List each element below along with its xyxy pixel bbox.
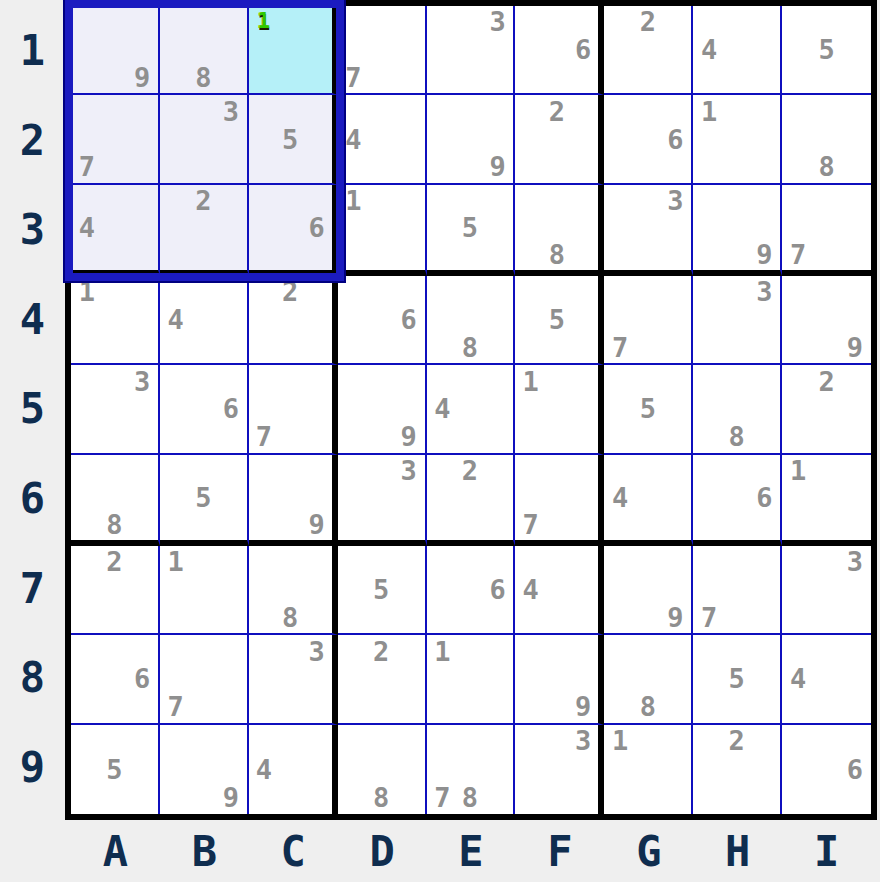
cell-A9[interactable]: 5 bbox=[71, 725, 160, 814]
digit-4-in-H1: 4 bbox=[695, 36, 723, 64]
row-label-1: 1 bbox=[0, 6, 65, 96]
cell-H4[interactable]: 3 bbox=[693, 276, 782, 365]
cell-C4[interactable]: 2 bbox=[249, 276, 338, 365]
cell-C5[interactable]: 7 bbox=[249, 365, 338, 454]
cell-B4[interactable]: 4 bbox=[160, 276, 249, 365]
cell-B8[interactable]: 7 bbox=[160, 635, 249, 724]
cell-D4[interactable]: 6 bbox=[338, 276, 427, 365]
digit-7-in-E9: 7 bbox=[429, 784, 457, 812]
cell-I4[interactable]: 9 bbox=[782, 276, 871, 365]
cell-B1[interactable]: 8 bbox=[160, 6, 249, 95]
digit-3-in-B2: 3 bbox=[217, 97, 245, 125]
cell-G4[interactable]: 7 bbox=[604, 276, 693, 365]
cell-E4[interactable]: 8 bbox=[427, 276, 516, 365]
digit-1-in-B7: 1 bbox=[162, 548, 190, 576]
digit-9-in-A1: 9 bbox=[128, 64, 156, 92]
cell-E3[interactable]: 5 bbox=[427, 185, 516, 276]
digit-6-in-D4: 6 bbox=[395, 306, 423, 334]
cell-F1[interactable]: 6 bbox=[515, 6, 604, 95]
cell-A4[interactable]: 1 bbox=[71, 276, 160, 365]
digit-7-in-B8: 7 bbox=[162, 693, 190, 721]
digit-2-in-D8: 2 bbox=[367, 637, 395, 665]
cell-B3[interactable]: 2 bbox=[160, 185, 249, 276]
digit-5-in-E3: 5 bbox=[456, 214, 484, 241]
cell-D8[interactable]: 2 bbox=[338, 635, 427, 724]
digit-9-in-B9: 9 bbox=[217, 784, 245, 812]
digit-9-in-G7: 9 bbox=[662, 603, 690, 631]
digit-7-in-D1: 7 bbox=[340, 64, 368, 92]
digit-6-in-A8: 6 bbox=[128, 665, 156, 693]
cell-B5[interactable]: 6 bbox=[160, 365, 249, 454]
digit-4-in-I8: 4 bbox=[784, 665, 812, 693]
cell-H1[interactable]: 4 bbox=[693, 6, 782, 95]
row-label-6: 6 bbox=[0, 454, 65, 544]
cell-D7[interactable]: 5 bbox=[338, 546, 427, 635]
cell-I1[interactable]: 5 bbox=[782, 6, 871, 95]
row-label-4: 4 bbox=[0, 275, 65, 365]
cell-D3[interactable]: 1 bbox=[338, 185, 427, 276]
cell-I3[interactable]: 7 bbox=[782, 185, 871, 276]
digit-9-in-I4: 9 bbox=[841, 333, 869, 361]
digit-3-in-H4: 3 bbox=[750, 278, 778, 306]
cell-F9[interactable]: 3 bbox=[515, 725, 604, 814]
digit-8-in-B1: 8 bbox=[190, 64, 218, 92]
cell-E7[interactable]: 6 bbox=[427, 546, 516, 635]
cell-I8[interactable]: 4 bbox=[782, 635, 871, 724]
cell-B7[interactable]: 1 bbox=[160, 546, 249, 635]
sudoku-grid: 9817362457354926184261583971426857393679… bbox=[71, 6, 871, 814]
digit-8-in-E9: 8 bbox=[456, 784, 484, 812]
cell-G5[interactable]: 5 bbox=[604, 365, 693, 454]
digit-8-in-D9: 8 bbox=[367, 784, 395, 812]
digit-7-in-G4: 7 bbox=[606, 333, 634, 361]
cell-I5[interactable]: 2 bbox=[782, 365, 871, 454]
cell-G6[interactable]: 4 bbox=[604, 455, 693, 546]
digit-5-in-G5: 5 bbox=[634, 395, 662, 423]
digit-8-in-A6: 8 bbox=[101, 511, 129, 538]
digit-9-in-E2: 9 bbox=[484, 153, 512, 181]
cell-A3[interactable]: 4 bbox=[71, 185, 160, 276]
digit-4-in-G6: 4 bbox=[606, 484, 634, 511]
digit-7-in-I3: 7 bbox=[784, 241, 812, 268]
cell-G1[interactable]: 2 bbox=[604, 6, 693, 95]
cell-E1[interactable]: 3 bbox=[427, 6, 516, 95]
cell-G3[interactable]: 3 bbox=[604, 185, 693, 276]
cell-D5[interactable]: 9 bbox=[338, 365, 427, 454]
col-label-D: D bbox=[338, 820, 427, 882]
cell-G9[interactable]: 1 bbox=[604, 725, 693, 814]
cell-B2[interactable]: 3 bbox=[160, 95, 249, 184]
col-label-H: H bbox=[693, 820, 782, 882]
digit-5-in-A9: 5 bbox=[101, 755, 129, 783]
digit-4-in-E5: 4 bbox=[429, 395, 457, 423]
cell-F5[interactable]: 1 bbox=[515, 365, 604, 454]
row-label-5: 5 bbox=[0, 364, 65, 454]
cell-B9[interactable]: 9 bbox=[160, 725, 249, 814]
digit-2-in-I5: 2 bbox=[812, 367, 840, 395]
sudoku-board: 9817362457354926184261583971426857393679… bbox=[65, 0, 877, 820]
cell-A6[interactable]: 8 bbox=[71, 455, 160, 546]
digit-2-in-H9: 2 bbox=[723, 727, 751, 755]
digit-6-in-E7: 6 bbox=[484, 576, 512, 604]
digit-9-in-C6: 9 bbox=[303, 511, 329, 538]
cell-A7[interactable]: 2 bbox=[71, 546, 160, 635]
cell-H9[interactable]: 2 bbox=[693, 725, 782, 814]
cell-D1[interactable]: 7 bbox=[338, 6, 427, 95]
cell-C3[interactable]: 6 bbox=[249, 185, 338, 276]
digit-8-in-E4: 8 bbox=[456, 333, 484, 361]
digit-1-in-F5: 1 bbox=[517, 367, 543, 395]
cell-A1[interactable]: 9 bbox=[71, 6, 160, 95]
cell-F4[interactable]: 5 bbox=[515, 276, 604, 365]
digit-6-in-I9: 6 bbox=[841, 755, 869, 783]
cell-H7[interactable]: 7 bbox=[693, 546, 782, 635]
col-label-B: B bbox=[160, 820, 249, 882]
digit-5-in-D7: 5 bbox=[367, 576, 395, 604]
col-label-G: G bbox=[604, 820, 693, 882]
row-label-9: 9 bbox=[0, 722, 65, 812]
cell-F7[interactable]: 4 bbox=[515, 546, 604, 635]
cell-E8[interactable]: 1 bbox=[427, 635, 516, 724]
cell-A2[interactable]: 7 bbox=[71, 95, 160, 184]
col-label-F: F bbox=[515, 820, 604, 882]
digit-3-in-G3: 3 bbox=[662, 187, 690, 214]
digit-2-in-A7: 2 bbox=[101, 548, 129, 576]
cell-E9[interactable]: 78 bbox=[427, 725, 516, 814]
sudoku-app: 123456789 981736245735492618426158397142… bbox=[0, 0, 880, 882]
cell-A8[interactable]: 6 bbox=[71, 635, 160, 724]
cell-F2[interactable]: 2 bbox=[515, 95, 604, 184]
digit-8-in-F3: 8 bbox=[544, 241, 570, 268]
digit-8-in-C7: 8 bbox=[277, 603, 303, 631]
digit-1-in-C1: 1 bbox=[251, 8, 277, 36]
cell-F8[interactable]: 9 bbox=[515, 635, 604, 724]
col-label-A: A bbox=[71, 820, 160, 882]
col-label-I: I bbox=[782, 820, 871, 882]
digit-8-in-G8: 8 bbox=[634, 693, 662, 721]
row-label-8: 8 bbox=[0, 633, 65, 723]
cell-A5[interactable]: 3 bbox=[71, 365, 160, 454]
digit-5-in-I1: 5 bbox=[812, 36, 840, 64]
digit-6-in-B5: 6 bbox=[217, 395, 245, 423]
cell-I7[interactable]: 3 bbox=[782, 546, 871, 635]
cell-I9[interactable]: 6 bbox=[782, 725, 871, 814]
digit-5-in-F4: 5 bbox=[544, 306, 570, 334]
cell-E2[interactable]: 9 bbox=[427, 95, 516, 184]
digit-7-in-H7: 7 bbox=[695, 603, 723, 631]
digit-3-in-C8: 3 bbox=[303, 637, 329, 665]
cell-E6[interactable]: 2 bbox=[427, 455, 516, 546]
digit-4-in-B4: 4 bbox=[162, 306, 190, 334]
cell-H5[interactable]: 8 bbox=[693, 365, 782, 454]
digit-7-in-F6: 7 bbox=[517, 511, 543, 538]
cell-D2[interactable]: 4 bbox=[338, 95, 427, 184]
digit-7-in-C5: 7 bbox=[251, 423, 277, 451]
digit-8-in-I2: 8 bbox=[812, 153, 840, 181]
cell-H2[interactable]: 1 bbox=[693, 95, 782, 184]
cell-C1[interactable]: 1 bbox=[249, 6, 338, 95]
digit-2-in-B3: 2 bbox=[190, 187, 218, 214]
cell-F6[interactable]: 7 bbox=[515, 455, 604, 546]
cell-G2[interactable]: 6 bbox=[604, 95, 693, 184]
digit-2-in-E6: 2 bbox=[456, 457, 484, 484]
cell-B6[interactable]: 5 bbox=[160, 455, 249, 546]
row-label-3: 3 bbox=[0, 185, 65, 275]
digit-6-in-H6: 6 bbox=[750, 484, 778, 511]
digit-3-in-D6: 3 bbox=[395, 457, 423, 484]
digit-2-in-C4: 2 bbox=[277, 278, 303, 306]
digit-1-in-I6: 1 bbox=[784, 457, 812, 484]
digit-5-in-H8: 5 bbox=[723, 665, 751, 693]
digit-3-in-E1: 3 bbox=[484, 8, 512, 36]
cell-H8[interactable]: 5 bbox=[693, 635, 782, 724]
digit-8-in-H5: 8 bbox=[723, 423, 751, 451]
col-label-E: E bbox=[427, 820, 516, 882]
digit-6-in-G2: 6 bbox=[662, 125, 690, 153]
digit-4-in-F7: 4 bbox=[517, 576, 543, 604]
cell-D6[interactable]: 3 bbox=[338, 455, 427, 546]
cell-H6[interactable]: 6 bbox=[693, 455, 782, 546]
digit-4-in-D2: 4 bbox=[340, 125, 368, 153]
digit-1-in-H2: 1 bbox=[695, 97, 723, 125]
cell-F3[interactable]: 8 bbox=[515, 185, 604, 276]
digit-4-in-C9: 4 bbox=[251, 755, 277, 783]
cell-C6[interactable]: 9 bbox=[249, 455, 338, 546]
col-labels: ABCDEFGHI bbox=[71, 820, 871, 882]
digit-2-in-G1: 2 bbox=[634, 8, 662, 36]
digit-1-in-D3: 1 bbox=[340, 187, 368, 214]
digit-4-in-A3: 4 bbox=[73, 214, 101, 241]
digit-1-in-A4: 1 bbox=[73, 278, 101, 306]
cell-C8[interactable]: 3 bbox=[249, 635, 338, 724]
digit-5-in-C2: 5 bbox=[277, 125, 303, 153]
row-label-2: 2 bbox=[0, 96, 65, 186]
digit-5-in-B6: 5 bbox=[190, 484, 218, 511]
col-label-C: C bbox=[249, 820, 338, 882]
cell-G7[interactable]: 9 bbox=[604, 546, 693, 635]
digit-3-in-A5: 3 bbox=[128, 367, 156, 395]
cell-H3[interactable]: 9 bbox=[693, 185, 782, 276]
cell-C2[interactable]: 5 bbox=[249, 95, 338, 184]
cell-I6[interactable]: 1 bbox=[782, 455, 871, 546]
digit-9-in-D5: 9 bbox=[395, 423, 423, 451]
cell-C9[interactable]: 4 bbox=[249, 725, 338, 814]
digit-6-in-C3: 6 bbox=[303, 214, 329, 241]
digit-7-in-A2: 7 bbox=[73, 153, 101, 181]
digit-1-in-E8: 1 bbox=[429, 637, 457, 665]
row-label-7: 7 bbox=[0, 543, 65, 633]
cell-E5[interactable]: 4 bbox=[427, 365, 516, 454]
digit-1-in-G9: 1 bbox=[606, 727, 634, 755]
digit-9-in-F8: 9 bbox=[570, 693, 596, 721]
cell-G8[interactable]: 8 bbox=[604, 635, 693, 724]
cell-I2[interactable]: 8 bbox=[782, 95, 871, 184]
cell-C7[interactable]: 8 bbox=[249, 546, 338, 635]
cell-D9[interactable]: 8 bbox=[338, 725, 427, 814]
digit-9-in-H3: 9 bbox=[750, 241, 778, 268]
row-labels: 123456789 bbox=[0, 6, 65, 812]
digit-2-in-F2: 2 bbox=[544, 97, 570, 125]
digit-3-in-F9: 3 bbox=[570, 727, 596, 755]
digit-3-in-I7: 3 bbox=[841, 548, 869, 576]
digit-6-in-F1: 6 bbox=[570, 36, 596, 64]
